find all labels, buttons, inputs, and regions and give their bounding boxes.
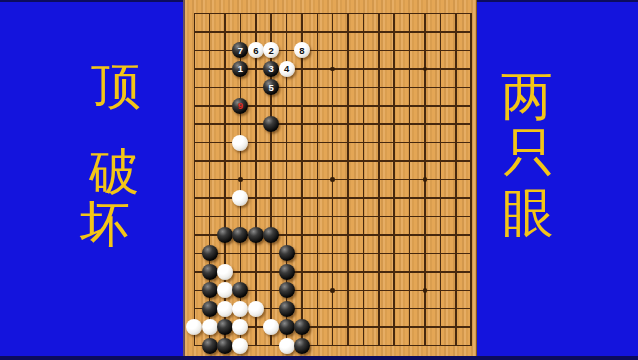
black-stone: 1 xyxy=(232,61,248,77)
white-stone xyxy=(263,319,279,335)
black-stone xyxy=(202,245,218,261)
move-number-label: 7 xyxy=(238,46,243,56)
move-number-label: 8 xyxy=(299,46,304,56)
black-stone xyxy=(263,227,279,243)
black-stone xyxy=(202,264,218,280)
go-board: 762813459 xyxy=(183,0,477,360)
grid-line-vertical xyxy=(393,13,395,347)
black-stone xyxy=(202,301,218,317)
bottom-edge-strip xyxy=(0,356,638,360)
white-stone xyxy=(232,301,248,317)
grid-line-vertical xyxy=(455,13,457,347)
black-stone xyxy=(279,264,295,280)
white-stone xyxy=(202,319,218,335)
grid-line-vertical xyxy=(363,13,365,347)
grid-line-vertical xyxy=(317,13,319,347)
grid-line-vertical xyxy=(194,13,196,347)
black-stone xyxy=(217,227,233,243)
white-stone xyxy=(279,338,295,354)
black-stone xyxy=(279,245,295,261)
black-stone: 5 xyxy=(263,79,279,95)
move-number-label: 2 xyxy=(269,46,274,56)
white-stone xyxy=(232,135,248,151)
white-stone: 4 xyxy=(279,61,295,77)
caption-right-char-1: 两 xyxy=(501,70,553,122)
caption-right-char-2: 只 xyxy=(503,126,555,178)
white-stone xyxy=(217,282,233,298)
star-point xyxy=(238,177,243,182)
black-stone xyxy=(232,282,248,298)
star-point xyxy=(423,67,428,72)
white-stone xyxy=(248,301,264,317)
white-stone xyxy=(232,319,248,335)
move-number-label: 5 xyxy=(269,83,274,93)
star-point xyxy=(330,288,335,293)
white-stone: 6 xyxy=(248,42,264,58)
move-number-label: 3 xyxy=(269,64,274,74)
caption-right-char-3: 眼 xyxy=(502,187,554,239)
black-stone xyxy=(263,116,279,132)
black-stone xyxy=(294,338,310,354)
white-stone: 8 xyxy=(294,42,310,58)
white-stone xyxy=(217,301,233,317)
move-number-label: 6 xyxy=(253,46,258,56)
black-stone xyxy=(217,319,233,335)
star-point xyxy=(423,177,428,182)
grid-line-vertical xyxy=(347,13,349,347)
black-stone: 3 xyxy=(263,61,279,77)
black-stone xyxy=(294,319,310,335)
white-stone xyxy=(232,338,248,354)
black-stone: 9 xyxy=(232,98,248,114)
black-stone xyxy=(217,338,233,354)
move-number-label: 9 xyxy=(238,101,243,111)
caption-left-char-3: 坏 xyxy=(80,199,130,249)
video-frame: 顶 破 坏 两 只 眼 762813459 xyxy=(0,0,638,360)
black-stone xyxy=(279,319,295,335)
black-stone xyxy=(279,301,295,317)
grid-line-vertical xyxy=(440,13,442,347)
star-point xyxy=(330,67,335,72)
black-stone xyxy=(202,338,218,354)
move-number-label: 1 xyxy=(238,64,243,74)
move-number-label: 4 xyxy=(284,64,289,74)
grid-line-vertical xyxy=(301,13,303,347)
black-stone: 7 xyxy=(232,42,248,58)
black-stone xyxy=(232,227,248,243)
white-stone xyxy=(217,264,233,280)
grid-line-vertical xyxy=(470,13,472,347)
black-stone xyxy=(202,282,218,298)
grid-line-vertical xyxy=(409,13,411,347)
star-point xyxy=(423,288,428,293)
star-point xyxy=(330,177,335,182)
white-stone: 2 xyxy=(263,42,279,58)
caption-left-char-2: 破 xyxy=(89,147,139,197)
white-stone xyxy=(232,190,248,206)
grid-line-vertical xyxy=(255,13,257,347)
white-stone xyxy=(186,319,202,335)
black-stone xyxy=(248,227,264,243)
black-stone xyxy=(279,282,295,298)
caption-left-char-1: 顶 xyxy=(91,61,141,111)
grid-line-vertical xyxy=(378,13,380,347)
